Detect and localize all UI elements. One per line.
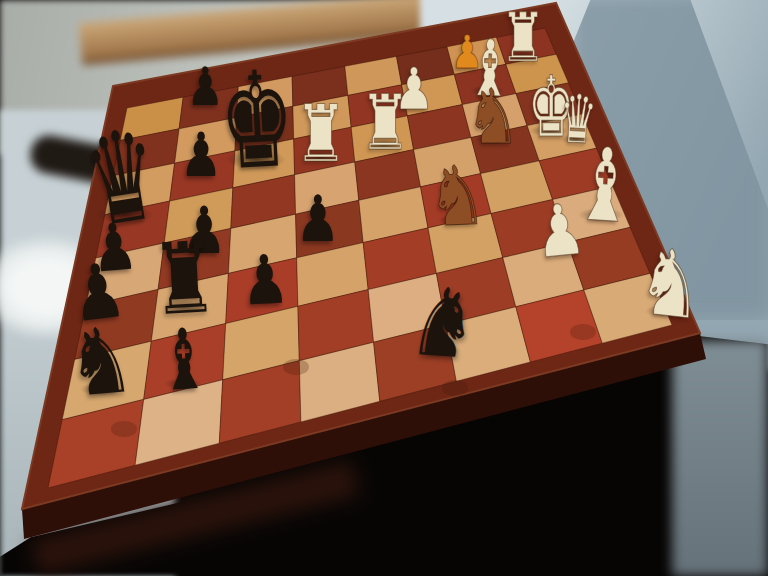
piece-black-pawn-d5[interactable]: ♟	[296, 187, 341, 251]
pieces-layer: ♜♟♝♟♟♚♛♞♜♜♚♟♝♛♞♟♟♟♟♟♜♞♟♞♝♞	[0, 0, 768, 576]
piece-black-knight-f8[interactable]: ♞	[64, 314, 138, 411]
chess-photo-scene: ♜♟♝♟♟♚♛♞♜♜♚♟♝♛♞♟♟♟♟♟♜♞♟♞♝♞	[0, 0, 768, 576]
piece-black-knight-g3[interactable]: ♞	[406, 274, 481, 374]
piece-black-bishop-g7[interactable]: ♝	[157, 317, 210, 403]
piece-white-knight-d3[interactable]: ♞	[426, 154, 488, 238]
piece-white-rook-c4[interactable]: ♜	[360, 85, 410, 161]
piece-black-pawn-e6[interactable]: ♟	[239, 245, 290, 315]
piece-white-pawn-f1[interactable]: ♟	[531, 193, 588, 269]
piece-black-king-b6[interactable]: ♚	[217, 53, 298, 190]
piece-white-knight-c2[interactable]: ♞	[466, 79, 521, 155]
piece-black-pawn-b7[interactable]: ♟	[180, 124, 223, 185]
piece-white-rook-b5[interactable]: ♜	[295, 95, 347, 174]
piece-white-knight-h1[interactable]: ♞	[633, 235, 708, 333]
